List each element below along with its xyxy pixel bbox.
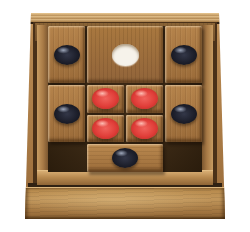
small-piece-red-1[interactable] (87, 85, 124, 113)
small-piece-red-2[interactable] (126, 85, 163, 113)
red-knob (92, 118, 119, 139)
tall-piece-top-left[interactable] (48, 26, 85, 83)
tall-piece-mid-right[interactable] (165, 85, 202, 142)
small-piece-red-3[interactable] (87, 115, 124, 143)
tray-rail-left (37, 25, 48, 183)
small-piece-red-4[interactable] (126, 115, 163, 143)
king-hole (112, 44, 139, 66)
wooden-box (25, 13, 225, 219)
red-knob (131, 118, 158, 139)
puzzle-board (48, 26, 202, 172)
black-knob (54, 104, 80, 124)
tall-piece-mid-left[interactable] (48, 85, 85, 142)
king-piece-with-hole[interactable] (87, 26, 163, 83)
red-knob (92, 88, 119, 109)
wide-piece-bottom[interactable] (87, 144, 163, 172)
box-front-wall (25, 187, 225, 220)
tall-piece-top-right[interactable] (165, 26, 202, 83)
puzzle-photo (0, 0, 250, 232)
black-knob (171, 45, 197, 65)
black-knob (54, 45, 80, 65)
black-knob (171, 104, 197, 124)
tray-rail-bottom (37, 170, 213, 185)
black-knob (112, 148, 138, 168)
tray-rail-right (202, 25, 213, 183)
red-knob (131, 88, 158, 109)
